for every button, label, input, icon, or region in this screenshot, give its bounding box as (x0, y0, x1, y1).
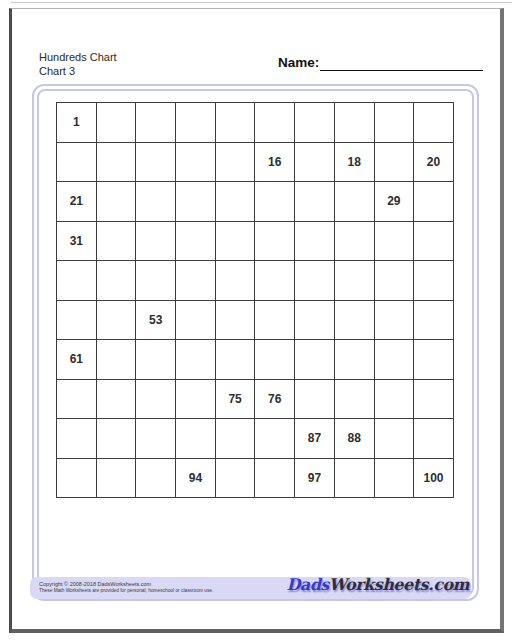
name-label: Name: (278, 55, 319, 71)
grid-cell-r10c3[interactable] (136, 459, 176, 499)
grid-cell-r5c10[interactable] (414, 261, 454, 301)
grid-cell-r8c4[interactable] (176, 380, 216, 420)
grid-cell-r7c2[interactable] (97, 340, 137, 380)
grid-cell-r1c2[interactable] (97, 103, 137, 143)
worksheet-header: Hundreds Chart Chart 3 (39, 50, 117, 78)
grid-cell-r9c8: 88 (335, 419, 375, 459)
grid-cell-r1c4[interactable] (176, 103, 216, 143)
grid-cell-r2c9[interactable] (375, 143, 415, 183)
logo-rest: Worksheets.com (329, 575, 469, 594)
grid-cell-r9c4[interactable] (176, 419, 216, 459)
grid-cell-r8c5: 75 (216, 380, 256, 420)
grid-cell-r2c1[interactable] (57, 143, 97, 183)
grid-cell-r1c9[interactable] (375, 103, 415, 143)
grid-cell-r6c5[interactable] (216, 301, 256, 341)
grid-cell-r1c8[interactable] (335, 103, 375, 143)
grid-cell-r3c9: 29 (375, 182, 415, 222)
grid-cell-r2c3[interactable] (136, 143, 176, 183)
grid-cell-r6c7[interactable] (295, 301, 335, 341)
grid-cell-r3c6[interactable] (255, 182, 295, 222)
worksheet-page: Hundreds Chart Chart 3 Name: 11618202129… (9, 8, 504, 633)
grid-cell-r9c6[interactable] (255, 419, 295, 459)
grid-cell-r7c9[interactable] (375, 340, 415, 380)
grid-cell-r3c10[interactable] (414, 182, 454, 222)
grid-cell-r8c8[interactable] (335, 380, 375, 420)
grid-cell-r7c4[interactable] (176, 340, 216, 380)
grid-cell-r6c9[interactable] (375, 301, 415, 341)
grid-cell-r7c1: 61 (57, 340, 97, 380)
footer-bar: Copyright © 2008-2018 DadsWorksheets.com… (30, 577, 471, 599)
grid-cell-r1c3[interactable] (136, 103, 176, 143)
worksheet-subtitle: Chart 3 (39, 64, 117, 78)
grid-cell-r7c10[interactable] (414, 340, 454, 380)
grid-cell-r7c3[interactable] (136, 340, 176, 380)
grid-cell-r5c6[interactable] (255, 261, 295, 301)
grid-cell-r9c3[interactable] (136, 419, 176, 459)
grid-cell-r2c8: 18 (335, 143, 375, 183)
grid-cell-r9c5[interactable] (216, 419, 256, 459)
grid-cell-r4c1: 31 (57, 222, 97, 262)
grid-cell-r3c8[interactable] (335, 182, 375, 222)
grid-cell-r2c2[interactable] (97, 143, 137, 183)
grid-cell-r9c2[interactable] (97, 419, 137, 459)
grid-cell-r8c2[interactable] (97, 380, 137, 420)
grid-cell-r10c6[interactable] (255, 459, 295, 499)
name-blank-line[interactable] (320, 55, 483, 71)
grid-cell-r6c2[interactable] (97, 301, 137, 341)
grid-cell-r7c5[interactable] (216, 340, 256, 380)
grid-cell-r4c6[interactable] (255, 222, 295, 262)
grid-cell-r2c4[interactable] (176, 143, 216, 183)
grid-cell-r2c5[interactable] (216, 143, 256, 183)
grid-cell-r5c5[interactable] (216, 261, 256, 301)
grid-cell-r4c5[interactable] (216, 222, 256, 262)
worksheet-title: Hundreds Chart (39, 50, 117, 64)
grid-cell-r4c2[interactable] (97, 222, 137, 262)
grid-cell-r10c7: 97 (295, 459, 335, 499)
grid-cell-r10c8[interactable] (335, 459, 375, 499)
grid-cell-r10c2[interactable] (97, 459, 137, 499)
grid-cell-r1c1: 1 (57, 103, 97, 143)
grid-cell-r9c9[interactable] (375, 419, 415, 459)
grid-cell-r4c3[interactable] (136, 222, 176, 262)
grid-cell-r6c4[interactable] (176, 301, 216, 341)
grid-cell-r4c9[interactable] (375, 222, 415, 262)
grid-cell-r4c7[interactable] (295, 222, 335, 262)
grid-cell-r10c4: 94 (176, 459, 216, 499)
copyright-line: Copyright © 2008-2018 DadsWorksheets.com (39, 581, 213, 588)
copyright-text: Copyright © 2008-2018 DadsWorksheets.com… (39, 581, 213, 594)
grid-cell-r10c10: 100 (414, 459, 454, 499)
usage-line: These Math Worksheets are provided for p… (39, 588, 213, 594)
grid-cell-r5c7[interactable] (295, 261, 335, 301)
grid-cell-r7c8[interactable] (335, 340, 375, 380)
grid-cell-r1c5[interactable] (216, 103, 256, 143)
grid-cell-r9c10[interactable] (414, 419, 454, 459)
grid-cell-r8c3[interactable] (136, 380, 176, 420)
grid-cell-r7c6[interactable] (255, 340, 295, 380)
grid-cell-r5c2[interactable] (97, 261, 137, 301)
grid-cell-r9c1[interactable] (57, 419, 97, 459)
grid-cell-r4c10[interactable] (414, 222, 454, 262)
grid-cell-r6c6[interactable] (255, 301, 295, 341)
grid-cell-r2c10: 20 (414, 143, 454, 183)
grid-cell-r6c3: 53 (136, 301, 176, 341)
grid-cell-r8c7[interactable] (295, 380, 335, 420)
logo-dads: Dads (286, 575, 328, 594)
grid-cell-r1c7[interactable] (295, 103, 335, 143)
grid-cell-r9c7: 87 (295, 419, 335, 459)
grid-cell-r2c7[interactable] (295, 143, 335, 183)
grid-cell-r6c10[interactable] (414, 301, 454, 341)
grid-cell-r8c10[interactable] (414, 380, 454, 420)
grid-cell-r3c1: 21 (57, 182, 97, 222)
grid-cell-r7c7[interactable] (295, 340, 335, 380)
grid-cell-r10c1[interactable] (57, 459, 97, 499)
grid-cell-r1c10[interactable] (414, 103, 454, 143)
grid-cell-r6c1[interactable] (57, 301, 97, 341)
grid-cell-r1c6[interactable] (255, 103, 295, 143)
grid-cell-r5c8[interactable] (335, 261, 375, 301)
grid-cell-r3c2[interactable] (97, 182, 137, 222)
grid-cell-r3c3[interactable] (136, 182, 176, 222)
grid-cell-r3c7[interactable] (295, 182, 335, 222)
hundreds-grid: 11618202129315361757687889497100 (56, 102, 454, 498)
grid-cell-r5c1[interactable] (57, 261, 97, 301)
grid-cell-r8c1[interactable] (57, 380, 97, 420)
grid-cell-r2c6: 16 (255, 143, 295, 183)
page-stack-edge (11, 2, 512, 3)
name-field: Name: (278, 55, 483, 71)
grid-cell-r3c4[interactable] (176, 182, 216, 222)
grid-cell-r4c4[interactable] (176, 222, 216, 262)
grid-cell-r8c6: 76 (255, 380, 295, 420)
grid-cell-r3c5[interactable] (216, 182, 256, 222)
grid-cell-r5c9[interactable] (375, 261, 415, 301)
grid-cell-r10c5[interactable] (216, 459, 256, 499)
grid-cell-r5c3[interactable] (136, 261, 176, 301)
dadsworksheets-logo: DadsWorksheets.com (286, 575, 469, 594)
grid-cell-r6c8[interactable] (335, 301, 375, 341)
grid-cell-r8c9[interactable] (375, 380, 415, 420)
grid-cell-r4c8[interactable] (335, 222, 375, 262)
grid-cell-r5c4[interactable] (176, 261, 216, 301)
grid-cell-r10c9[interactable] (375, 459, 415, 499)
